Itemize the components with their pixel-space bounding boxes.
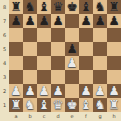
square-g5[interactable] bbox=[93, 42, 107, 56]
square-f4[interactable] bbox=[79, 56, 93, 70]
square-h5[interactable] bbox=[107, 42, 121, 56]
file-label-e: e bbox=[65, 112, 79, 121]
square-e8[interactable]: ♚ bbox=[65, 0, 79, 14]
square-d3[interactable] bbox=[51, 70, 65, 84]
square-d7[interactable]: ♟ bbox=[51, 14, 65, 28]
board-corner-spacer bbox=[0, 112, 9, 121]
square-c3[interactable] bbox=[37, 70, 51, 84]
black-king: ♚ bbox=[66, 0, 77, 14]
square-c6[interactable] bbox=[37, 28, 51, 42]
square-e1[interactable]: ♚ bbox=[65, 98, 79, 112]
square-c8[interactable]: ♝ bbox=[37, 0, 51, 14]
rank-label-6: 6 bbox=[0, 28, 9, 42]
chess-board: ♜♞♝♛♚♝♞♜♟♟♟♟♟♟♟♟♟♟♟♟♟♟♟♟♜♞♝♛♚♝♞♜ bbox=[9, 0, 121, 112]
square-e6[interactable] bbox=[65, 28, 79, 42]
white-pawn: ♟ bbox=[24, 84, 35, 98]
square-h1[interactable]: ♜ bbox=[107, 98, 121, 112]
square-h4[interactable] bbox=[107, 56, 121, 70]
square-b7[interactable]: ♟ bbox=[23, 14, 37, 28]
white-bishop: ♝ bbox=[38, 98, 49, 112]
square-a5[interactable] bbox=[9, 42, 23, 56]
file-label-h: h bbox=[107, 112, 121, 121]
square-d1[interactable]: ♛ bbox=[51, 98, 65, 112]
square-f7[interactable]: ♟ bbox=[79, 14, 93, 28]
square-d5[interactable] bbox=[51, 42, 65, 56]
square-b8[interactable]: ♞ bbox=[23, 0, 37, 14]
square-a3[interactable] bbox=[9, 70, 23, 84]
square-h8[interactable]: ♜ bbox=[107, 0, 121, 14]
white-king: ♚ bbox=[66, 98, 77, 112]
square-d2[interactable]: ♟ bbox=[51, 84, 65, 98]
square-b2[interactable]: ♟ bbox=[23, 84, 37, 98]
square-f6[interactable] bbox=[79, 28, 93, 42]
white-pawn: ♟ bbox=[108, 84, 119, 98]
square-b5[interactable] bbox=[23, 42, 37, 56]
white-pawn: ♟ bbox=[52, 84, 63, 98]
square-f2[interactable]: ♟ bbox=[79, 84, 93, 98]
file-label-d: d bbox=[51, 112, 65, 121]
black-pawn: ♟ bbox=[10, 14, 21, 28]
square-d4[interactable] bbox=[51, 56, 65, 70]
square-g2[interactable]: ♟ bbox=[93, 84, 107, 98]
rank-label-3: 3 bbox=[0, 70, 9, 84]
chess-board-window: 87654321 ♜♞♝♛♚♝♞♜♟♟♟♟♟♟♟♟♟♟♟♟♟♟♟♟♜♞♝♛♚♝♞… bbox=[0, 0, 121, 121]
square-h7[interactable]: ♟ bbox=[107, 14, 121, 28]
rank-label-4: 4 bbox=[0, 56, 9, 70]
file-label-a: a bbox=[9, 112, 23, 121]
square-b4[interactable] bbox=[23, 56, 37, 70]
square-f3[interactable] bbox=[79, 70, 93, 84]
black-pawn: ♟ bbox=[52, 14, 63, 28]
file-label-b: b bbox=[23, 112, 37, 121]
square-h6[interactable] bbox=[107, 28, 121, 42]
black-pawn: ♟ bbox=[24, 14, 35, 28]
square-e4[interactable]: ♟ bbox=[65, 56, 79, 70]
square-a2[interactable]: ♟ bbox=[9, 84, 23, 98]
rank-label-8: 8 bbox=[0, 0, 9, 14]
square-g1[interactable]: ♞ bbox=[93, 98, 107, 112]
white-knight: ♞ bbox=[94, 98, 105, 112]
file-labels: abcdefgh bbox=[9, 112, 121, 121]
white-rook: ♜ bbox=[108, 98, 119, 112]
black-bishop: ♝ bbox=[38, 0, 49, 14]
square-c4[interactable] bbox=[37, 56, 51, 70]
white-pawn: ♟ bbox=[38, 84, 49, 98]
square-f5[interactable] bbox=[79, 42, 93, 56]
square-g3[interactable] bbox=[93, 70, 107, 84]
file-label-g: g bbox=[93, 112, 107, 121]
square-a8[interactable]: ♜ bbox=[9, 0, 23, 14]
rank-labels: 87654321 bbox=[0, 0, 9, 112]
square-c7[interactable]: ♟ bbox=[37, 14, 51, 28]
white-knight: ♞ bbox=[24, 98, 35, 112]
file-label-c: c bbox=[37, 112, 51, 121]
white-pawn: ♟ bbox=[94, 84, 105, 98]
square-e3[interactable] bbox=[65, 70, 79, 84]
square-a4[interactable] bbox=[9, 56, 23, 70]
square-a1[interactable]: ♜ bbox=[9, 98, 23, 112]
square-c5[interactable] bbox=[37, 42, 51, 56]
black-pawn: ♟ bbox=[80, 14, 91, 28]
square-a6[interactable] bbox=[9, 28, 23, 42]
white-pawn: ♟ bbox=[66, 56, 77, 70]
square-d6[interactable] bbox=[51, 28, 65, 42]
black-pawn: ♟ bbox=[94, 14, 105, 28]
rank-label-5: 5 bbox=[0, 42, 9, 56]
file-label-f: f bbox=[79, 112, 93, 121]
black-knight: ♞ bbox=[24, 0, 35, 14]
square-f1[interactable]: ♝ bbox=[79, 98, 93, 112]
square-h2[interactable]: ♟ bbox=[107, 84, 121, 98]
square-h3[interactable] bbox=[107, 70, 121, 84]
square-e2[interactable] bbox=[65, 84, 79, 98]
white-pawn: ♟ bbox=[10, 84, 21, 98]
white-pawn: ♟ bbox=[80, 84, 91, 98]
square-f8[interactable]: ♝ bbox=[79, 0, 93, 14]
square-c2[interactable]: ♟ bbox=[37, 84, 51, 98]
square-e5[interactable]: ♟ bbox=[65, 42, 79, 56]
square-b3[interactable] bbox=[23, 70, 37, 84]
rank-label-1: 1 bbox=[0, 98, 9, 112]
black-rook: ♜ bbox=[108, 0, 119, 14]
square-b1[interactable]: ♞ bbox=[23, 98, 37, 112]
square-c1[interactable]: ♝ bbox=[37, 98, 51, 112]
square-g8[interactable]: ♞ bbox=[93, 0, 107, 14]
square-b6[interactable] bbox=[23, 28, 37, 42]
square-g6[interactable] bbox=[93, 28, 107, 42]
black-bishop: ♝ bbox=[80, 0, 91, 14]
square-a7[interactable]: ♟ bbox=[9, 14, 23, 28]
square-d8[interactable]: ♛ bbox=[51, 0, 65, 14]
square-e7[interactable] bbox=[65, 14, 79, 28]
black-pawn: ♟ bbox=[66, 42, 77, 56]
rank-label-7: 7 bbox=[0, 14, 9, 28]
black-knight: ♞ bbox=[94, 0, 105, 14]
square-g7[interactable]: ♟ bbox=[93, 14, 107, 28]
rank-label-2: 2 bbox=[0, 84, 9, 98]
black-queen: ♛ bbox=[52, 0, 63, 14]
white-bishop: ♝ bbox=[80, 98, 91, 112]
black-pawn: ♟ bbox=[38, 14, 49, 28]
square-g4[interactable] bbox=[93, 56, 107, 70]
black-pawn: ♟ bbox=[108, 14, 119, 28]
black-rook: ♜ bbox=[10, 0, 21, 14]
white-rook: ♜ bbox=[10, 98, 21, 112]
white-queen: ♛ bbox=[52, 98, 63, 112]
